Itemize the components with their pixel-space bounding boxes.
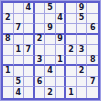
sudoku-cell-r7c4[interactable] xyxy=(35,66,46,77)
sudoku-cell-r4c3[interactable] xyxy=(24,35,35,46)
sudoku-cell-r7c1[interactable]: 1 xyxy=(3,66,14,77)
sudoku-cell-r5c7[interactable]: 2 xyxy=(66,45,77,56)
sudoku-cell-r9c5[interactable]: 2 xyxy=(45,87,56,98)
sudoku-cell-r9c6[interactable] xyxy=(56,87,67,98)
sudoku-cell-r2c8[interactable]: 5 xyxy=(77,14,88,25)
sudoku-cell-r8c1[interactable] xyxy=(3,77,14,88)
sudoku-board-frame: 4592457968291723318142567421 xyxy=(1,1,100,100)
sudoku-cell-r5c5[interactable] xyxy=(45,45,56,56)
sudoku-cell-r6c8[interactable] xyxy=(77,56,88,67)
sudoku-cell-r7c6[interactable] xyxy=(56,66,67,77)
sudoku-cell-r9c2[interactable]: 4 xyxy=(14,87,25,98)
sudoku-cell-r1c4[interactable] xyxy=(35,3,46,14)
sudoku-cell-r4c2[interactable] xyxy=(14,35,25,46)
sudoku-cell-r3c2[interactable]: 7 xyxy=(14,24,25,35)
sudoku-cell-r1c5[interactable]: 5 xyxy=(45,3,56,14)
sudoku-cell-r7c2[interactable] xyxy=(14,66,25,77)
sudoku-cell-r8c3[interactable] xyxy=(24,77,35,88)
sudoku-cell-r9c1[interactable] xyxy=(3,87,14,98)
sudoku-cell-r6c5[interactable] xyxy=(45,56,56,67)
sudoku-cell-r4c8[interactable] xyxy=(77,35,88,46)
sudoku-cell-r3c3[interactable] xyxy=(24,24,35,35)
sudoku-cell-r1c7[interactable] xyxy=(66,3,77,14)
sudoku-cell-r1c3[interactable]: 4 xyxy=(24,3,35,14)
sudoku-cell-r1c1[interactable] xyxy=(3,3,14,14)
sudoku-cell-r3c1[interactable] xyxy=(3,24,14,35)
sudoku-cell-r2c6[interactable]: 4 xyxy=(56,14,67,25)
sudoku-cell-r7c3[interactable] xyxy=(24,66,35,77)
sudoku-cell-r6c3[interactable] xyxy=(24,56,35,67)
sudoku-cell-r8c9[interactable]: 7 xyxy=(87,77,98,88)
sudoku-cell-r6c9[interactable]: 8 xyxy=(87,56,98,67)
sudoku-cell-r5c8[interactable]: 3 xyxy=(77,45,88,56)
sudoku-cell-r8c7[interactable] xyxy=(66,77,77,88)
sudoku-cell-r8c2[interactable]: 5 xyxy=(14,77,25,88)
sudoku-cell-r9c3[interactable] xyxy=(24,87,35,98)
sudoku-cell-r6c7[interactable] xyxy=(66,56,77,67)
sudoku-cell-r6c6[interactable]: 1 xyxy=(56,56,67,67)
sudoku-cell-r6c2[interactable] xyxy=(14,56,25,67)
sudoku-cell-r8c6[interactable] xyxy=(56,77,67,88)
sudoku-cell-r3c9[interactable]: 6 xyxy=(87,24,98,35)
sudoku-cell-r5c1[interactable] xyxy=(3,45,14,56)
sudoku-cell-r2c3[interactable] xyxy=(24,14,35,25)
sudoku-cell-r5c2[interactable]: 1 xyxy=(14,45,25,56)
sudoku-cell-r8c5[interactable] xyxy=(45,77,56,88)
sudoku-cell-r4c5[interactable] xyxy=(45,35,56,46)
sudoku-cell-r1c8[interactable]: 9 xyxy=(77,3,88,14)
sudoku-cell-r4c9[interactable] xyxy=(87,35,98,46)
sudoku-board: 4592457968291723318142567421 xyxy=(3,3,98,98)
sudoku-cell-r7c5[interactable]: 4 xyxy=(45,66,56,77)
sudoku-cell-r1c6[interactable] xyxy=(56,3,67,14)
sudoku-cell-r8c8[interactable] xyxy=(77,77,88,88)
sudoku-cell-r4c4[interactable]: 2 xyxy=(35,35,46,46)
sudoku-cell-r7c9[interactable] xyxy=(87,66,98,77)
sudoku-cell-r5c3[interactable]: 7 xyxy=(24,45,35,56)
sudoku-cell-r7c7[interactable] xyxy=(66,66,77,77)
sudoku-cell-r2c1[interactable]: 2 xyxy=(3,14,14,25)
sudoku-cell-r6c4[interactable]: 3 xyxy=(35,56,46,67)
sudoku-cell-r4c6[interactable]: 9 xyxy=(56,35,67,46)
sudoku-cell-r6c1[interactable] xyxy=(3,56,14,67)
sudoku-cell-r3c8[interactable] xyxy=(77,24,88,35)
sudoku-cell-r1c9[interactable] xyxy=(87,3,98,14)
sudoku-cell-r2c7[interactable] xyxy=(66,14,77,25)
sudoku-cell-r8c4[interactable]: 6 xyxy=(35,77,46,88)
sudoku-cell-r3c5[interactable]: 9 xyxy=(45,24,56,35)
sudoku-cell-r9c4[interactable] xyxy=(35,87,46,98)
sudoku-cell-r4c1[interactable]: 8 xyxy=(3,35,14,46)
sudoku-cell-r2c4[interactable] xyxy=(35,14,46,25)
sudoku-cell-r9c9[interactable] xyxy=(87,87,98,98)
sudoku-cell-r1c2[interactable] xyxy=(14,3,25,14)
sudoku-cell-r3c4[interactable] xyxy=(35,24,46,35)
sudoku-cell-r3c6[interactable] xyxy=(56,24,67,35)
sudoku-cell-r3c7[interactable] xyxy=(66,24,77,35)
sudoku-cell-r9c7[interactable]: 1 xyxy=(66,87,77,98)
sudoku-cell-r4c7[interactable] xyxy=(66,35,77,46)
sudoku-cell-r7c8[interactable]: 2 xyxy=(77,66,88,77)
sudoku-cell-r9c8[interactable] xyxy=(77,87,88,98)
